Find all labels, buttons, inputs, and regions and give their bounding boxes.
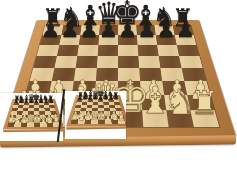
square-a7 xyxy=(40,35,62,45)
square-g5 xyxy=(159,56,182,68)
board-front-edge xyxy=(66,126,126,129)
square-c5 xyxy=(76,56,98,68)
square-h5 xyxy=(179,56,203,68)
square-e8 xyxy=(118,25,137,35)
square-c7 xyxy=(79,35,99,45)
thumbnail-left-photo: ♜︎♞︎♝︎♛︎♚︎♝︎♞︎♜︎♟︎♟︎♟︎♟︎♟︎♟︎♟︎♟︎♟︎♟︎♟︎♟︎… xyxy=(1,96,63,135)
board-front-edge xyxy=(3,129,63,132)
square-f3 xyxy=(140,81,164,95)
square-h2 xyxy=(187,95,214,110)
product-photo-stage: ♜︎♞︎♝︎♛︎♚︎♝︎♞︎♜︎♟︎♟︎♟︎♟︎♟︎♟︎♟︎♟︎♟︎♟︎♟︎♟︎… xyxy=(0,0,237,176)
square-e4 xyxy=(118,68,140,81)
square-e5 xyxy=(118,56,139,68)
board-squares xyxy=(7,100,60,127)
square-c4 xyxy=(74,68,97,81)
square-c8 xyxy=(80,25,100,35)
square-b4 xyxy=(52,68,76,81)
square-h8 xyxy=(173,25,194,35)
board-squares xyxy=(71,96,126,124)
square-g3 xyxy=(162,81,187,95)
square-d6 xyxy=(98,45,118,56)
square-g2 xyxy=(164,95,190,110)
square-d1 xyxy=(91,119,98,124)
square-h1 xyxy=(118,119,126,124)
square-b6 xyxy=(57,45,79,56)
square-f7 xyxy=(137,35,157,45)
square-h1 xyxy=(190,110,219,127)
square-e7 xyxy=(118,35,138,45)
square-d8 xyxy=(99,25,118,35)
square-g6 xyxy=(157,45,179,56)
square-g8 xyxy=(154,25,174,35)
square-h6 xyxy=(177,45,200,56)
square-e6 xyxy=(118,45,138,56)
square-a5 xyxy=(33,56,57,68)
square-d4 xyxy=(96,68,118,81)
square-f4 xyxy=(139,68,162,81)
square-c6 xyxy=(77,45,98,56)
square-b7 xyxy=(59,35,80,45)
square-g1 xyxy=(166,110,194,127)
thumbnail-left[interactable]: ♜︎♞︎♝︎♛︎♚︎♝︎♞︎♜︎♟︎♟︎♟︎♟︎♟︎♟︎♟︎♟︎♟︎♟︎♟︎♟︎… xyxy=(0,93,63,141)
mini-chess-set-photo: ♜︎♞︎♝︎♛︎♚︎♝︎♞︎♜︎♟︎♟︎♟︎♟︎♟︎♟︎♟︎♟︎♟︎♟︎♟︎♟︎… xyxy=(65,92,126,133)
square-h4 xyxy=(182,68,207,81)
thumbnail-right[interactable]: ♜︎♞︎♝︎♛︎♚︎♝︎♞︎♜︎♟︎♟︎♟︎♟︎♟︎♟︎♟︎♟︎♟︎♟︎♟︎♟︎… xyxy=(65,91,126,139)
chess-board xyxy=(3,99,63,129)
square-b8 xyxy=(61,25,81,35)
square-a4 xyxy=(30,68,55,81)
square-d5 xyxy=(97,56,118,68)
square-h3 xyxy=(184,81,210,95)
square-g4 xyxy=(160,68,184,81)
chess-board xyxy=(66,95,126,126)
square-f6 xyxy=(138,45,159,56)
square-a8 xyxy=(43,25,64,35)
square-g7 xyxy=(156,35,177,45)
square-b5 xyxy=(54,56,77,68)
square-h7 xyxy=(175,35,197,45)
square-a6 xyxy=(37,45,60,56)
mini-chess-set-photo: ♜︎♞︎♝︎♛︎♚︎♝︎♞︎♜︎♟︎♟︎♟︎♟︎♟︎♟︎♟︎♟︎♟︎♟︎♟︎♟︎… xyxy=(1,96,63,135)
square-d7 xyxy=(98,35,118,45)
square-f5 xyxy=(138,56,160,68)
square-f2 xyxy=(141,95,166,110)
square-f8 xyxy=(136,25,156,35)
square-f1 xyxy=(142,110,168,127)
thumbnail-right-photo: ♜︎♞︎♝︎♛︎♚︎♝︎♞︎♜︎♟︎♟︎♟︎♟︎♟︎♟︎♟︎♟︎♟︎♟︎♟︎♟︎… xyxy=(65,92,126,133)
